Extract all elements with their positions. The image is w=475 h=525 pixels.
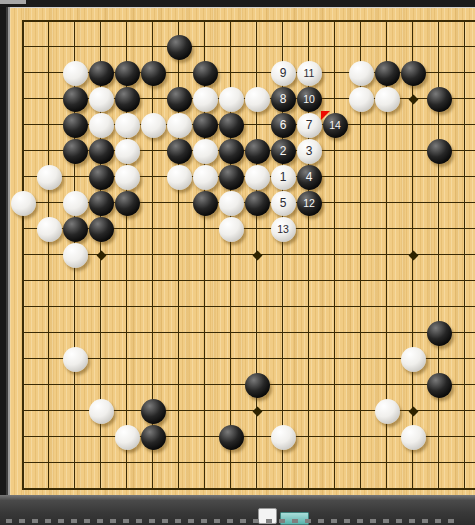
intersection-3-2[interactable] [62, 34, 88, 60]
intersection-14-16[interactable] [348, 398, 374, 424]
intersection-11-3[interactable] [270, 60, 296, 86]
intersection-11-18[interactable] [270, 450, 296, 476]
intersection-12-16[interactable] [296, 398, 322, 424]
intersection-17-10[interactable] [426, 242, 452, 268]
intersection-17-9[interactable] [426, 216, 452, 242]
intersection-10-8[interactable] [244, 190, 270, 216]
intersection-1-9[interactable] [10, 216, 36, 242]
intersection-8-5[interactable] [192, 112, 218, 138]
intersection-13-7[interactable] [322, 164, 348, 190]
intersection-13-13[interactable] [322, 320, 348, 346]
taskbar-item-12[interactable] [149, 519, 155, 523]
intersection-1-12[interactable] [10, 294, 36, 320]
intersection-15-17[interactable] [374, 424, 400, 450]
intersection-18-15[interactable] [452, 372, 475, 398]
intersection-14-15[interactable] [348, 372, 374, 398]
intersection-9-7[interactable] [218, 164, 244, 190]
intersection-18-16[interactable] [452, 398, 475, 424]
intersection-15-4[interactable] [374, 86, 400, 112]
intersection-16-17[interactable] [400, 424, 426, 450]
intersection-9-5[interactable] [218, 112, 244, 138]
intersection-2-6[interactable] [36, 138, 62, 164]
taskbar-item-19[interactable] [240, 519, 246, 523]
intersection-12-6[interactable] [296, 138, 322, 164]
intersection-18-2[interactable] [452, 34, 475, 60]
intersection-2-13[interactable] [36, 320, 62, 346]
intersection-12-17[interactable] [296, 424, 322, 450]
intersection-17-12[interactable] [426, 294, 452, 320]
intersection-3-1[interactable] [62, 8, 88, 34]
intersection-12-15[interactable] [296, 372, 322, 398]
taskbar-item-5[interactable] [58, 519, 64, 523]
intersection-15-16[interactable] [374, 398, 400, 424]
intersection-5-11[interactable] [114, 268, 140, 294]
intersection-4-5[interactable] [88, 112, 114, 138]
intersection-9-14[interactable] [218, 346, 244, 372]
intersection-17-1[interactable] [426, 8, 452, 34]
intersection-9-13[interactable] [218, 320, 244, 346]
intersection-14-13[interactable] [348, 320, 374, 346]
intersection-5-16[interactable] [114, 398, 140, 424]
intersection-17-5[interactable] [426, 112, 452, 138]
intersection-6-5[interactable] [140, 112, 166, 138]
intersection-17-16[interactable] [426, 398, 452, 424]
intersection-7-13[interactable] [166, 320, 192, 346]
intersection-11-7[interactable] [270, 164, 296, 190]
intersection-18-11[interactable] [452, 268, 475, 294]
intersection-1-13[interactable] [10, 320, 36, 346]
intersection-15-8[interactable] [374, 190, 400, 216]
intersection-14-17[interactable] [348, 424, 374, 450]
intersection-10-18[interactable] [244, 450, 270, 476]
intersection-5-15[interactable] [114, 372, 140, 398]
intersection-10-11[interactable] [244, 268, 270, 294]
intersection-3-8[interactable] [62, 190, 88, 216]
intersection-6-17[interactable] [140, 424, 166, 450]
intersection-5-1[interactable] [114, 8, 140, 34]
intersection-6-15[interactable] [140, 372, 166, 398]
intersection-13-16[interactable] [322, 398, 348, 424]
intersection-18-14[interactable] [452, 346, 475, 372]
intersection-16-10[interactable] [400, 242, 426, 268]
intersection-17-7[interactable] [426, 164, 452, 190]
intersection-18-4[interactable] [452, 86, 475, 112]
intersection-11-16[interactable] [270, 398, 296, 424]
intersection-14-11[interactable] [348, 268, 374, 294]
intersection-12-12[interactable] [296, 294, 322, 320]
intersection-10-16[interactable] [244, 398, 270, 424]
intersection-13-10[interactable] [322, 242, 348, 268]
intersection-9-11[interactable] [218, 268, 244, 294]
intersection-18-17[interactable] [452, 424, 475, 450]
intersection-7-9[interactable] [166, 216, 192, 242]
intersection-13-1[interactable] [322, 8, 348, 34]
intersection-4-10[interactable] [88, 242, 114, 268]
intersection-11-6[interactable] [270, 138, 296, 164]
intersection-13-3[interactable] [322, 60, 348, 86]
intersection-17-17[interactable] [426, 424, 452, 450]
intersection-8-15[interactable] [192, 372, 218, 398]
intersection-3-9[interactable] [62, 216, 88, 242]
taskbar-item-11[interactable] [136, 519, 142, 523]
intersection-12-10[interactable] [296, 242, 322, 268]
intersection-13-18[interactable] [322, 450, 348, 476]
go-board[interactable] [10, 8, 475, 502]
intersection-14-18[interactable] [348, 450, 374, 476]
intersection-7-16[interactable] [166, 398, 192, 424]
intersection-7-17[interactable] [166, 424, 192, 450]
taskbar-item-29[interactable] [370, 519, 376, 523]
intersection-7-3[interactable] [166, 60, 192, 86]
intersection-15-6[interactable] [374, 138, 400, 164]
intersection-11-11[interactable] [270, 268, 296, 294]
intersection-17-18[interactable] [426, 450, 452, 476]
intersection-18-13[interactable] [452, 320, 475, 346]
taskbar-item-21[interactable] [266, 519, 272, 523]
intersection-6-9[interactable] [140, 216, 166, 242]
intersection-6-7[interactable] [140, 164, 166, 190]
intersection-16-5[interactable] [400, 112, 426, 138]
intersection-4-4[interactable] [88, 86, 114, 112]
intersection-17-3[interactable] [426, 60, 452, 86]
intersection-8-1[interactable] [192, 8, 218, 34]
taskbar-item-13[interactable] [162, 519, 168, 523]
intersection-15-15[interactable] [374, 372, 400, 398]
intersection-2-4[interactable] [36, 86, 62, 112]
intersection-16-2[interactable] [400, 34, 426, 60]
taskbar-item-10[interactable] [123, 519, 129, 523]
intersection-18-6[interactable] [452, 138, 475, 164]
intersection-9-8[interactable] [218, 190, 244, 216]
intersection-14-9[interactable] [348, 216, 374, 242]
taskbar-item-33[interactable] [422, 519, 428, 523]
intersection-6-11[interactable] [140, 268, 166, 294]
intersection-4-11[interactable] [88, 268, 114, 294]
intersection-4-17[interactable] [88, 424, 114, 450]
intersection-14-8[interactable] [348, 190, 374, 216]
intersection-8-3[interactable] [192, 60, 218, 86]
intersection-2-1[interactable] [36, 8, 62, 34]
intersection-11-5[interactable] [270, 112, 296, 138]
intersection-16-12[interactable] [400, 294, 426, 320]
intersection-7-1[interactable] [166, 8, 192, 34]
intersection-17-6[interactable] [426, 138, 452, 164]
intersection-18-3[interactable] [452, 60, 475, 86]
intersection-11-9[interactable] [270, 216, 296, 242]
intersection-5-4[interactable] [114, 86, 140, 112]
intersection-18-1[interactable] [452, 8, 475, 34]
intersection-10-1[interactable] [244, 8, 270, 34]
intersection-16-16[interactable] [400, 398, 426, 424]
intersection-5-8[interactable] [114, 190, 140, 216]
intersection-16-9[interactable] [400, 216, 426, 242]
intersection-1-14[interactable] [10, 346, 36, 372]
intersection-1-10[interactable] [10, 242, 36, 268]
intersection-7-5[interactable] [166, 112, 192, 138]
intersection-7-2[interactable] [166, 34, 192, 60]
intersection-15-9[interactable] [374, 216, 400, 242]
intersection-6-6[interactable] [140, 138, 166, 164]
intersection-16-1[interactable] [400, 8, 426, 34]
intersection-2-17[interactable] [36, 424, 62, 450]
intersection-2-11[interactable] [36, 268, 62, 294]
intersection-7-6[interactable] [166, 138, 192, 164]
intersection-8-7[interactable] [192, 164, 218, 190]
intersection-1-2[interactable] [10, 34, 36, 60]
intersection-3-5[interactable] [62, 112, 88, 138]
intersection-15-2[interactable] [374, 34, 400, 60]
intersection-16-14[interactable] [400, 346, 426, 372]
intersection-2-2[interactable] [36, 34, 62, 60]
intersection-18-10[interactable] [452, 242, 475, 268]
intersection-12-18[interactable] [296, 450, 322, 476]
taskbar-item-7[interactable] [84, 519, 90, 523]
intersection-8-14[interactable] [192, 346, 218, 372]
taskbar-item-6[interactable] [71, 519, 77, 523]
intersection-18-5[interactable] [452, 112, 475, 138]
taskbar-item-2[interactable] [19, 519, 25, 523]
intersection-15-13[interactable] [374, 320, 400, 346]
intersection-17-14[interactable] [426, 346, 452, 372]
intersection-14-6[interactable] [348, 138, 374, 164]
intersection-3-15[interactable] [62, 372, 88, 398]
taskbar-item-1[interactable] [6, 519, 12, 523]
intersection-12-13[interactable] [296, 320, 322, 346]
taskbar-item-14[interactable] [175, 519, 181, 523]
intersection-9-1[interactable] [218, 8, 244, 34]
intersection-14-4[interactable] [348, 86, 374, 112]
intersection-1-18[interactable] [10, 450, 36, 476]
intersection-13-17[interactable] [322, 424, 348, 450]
intersection-9-2[interactable] [218, 34, 244, 60]
intersection-4-18[interactable] [88, 450, 114, 476]
intersection-11-13[interactable] [270, 320, 296, 346]
intersection-14-3[interactable] [348, 60, 374, 86]
intersection-11-10[interactable] [270, 242, 296, 268]
intersection-2-10[interactable] [36, 242, 62, 268]
intersection-5-10[interactable] [114, 242, 140, 268]
intersection-3-18[interactable] [62, 450, 88, 476]
intersection-10-9[interactable] [244, 216, 270, 242]
intersection-15-18[interactable] [374, 450, 400, 476]
intersection-1-15[interactable] [10, 372, 36, 398]
intersection-14-1[interactable] [348, 8, 374, 34]
intersection-2-16[interactable] [36, 398, 62, 424]
intersection-9-6[interactable] [218, 138, 244, 164]
intersection-7-14[interactable] [166, 346, 192, 372]
intersection-15-3[interactable] [374, 60, 400, 86]
intersection-16-18[interactable] [400, 450, 426, 476]
taskbar-item-18[interactable] [227, 519, 233, 523]
intersection-6-14[interactable] [140, 346, 166, 372]
intersection-14-7[interactable] [348, 164, 374, 190]
intersection-6-3[interactable] [140, 60, 166, 86]
intersection-6-1[interactable] [140, 8, 166, 34]
intersection-12-11[interactable] [296, 268, 322, 294]
intersection-4-12[interactable] [88, 294, 114, 320]
intersection-16-8[interactable] [400, 190, 426, 216]
intersection-1-3[interactable] [10, 60, 36, 86]
intersection-6-8[interactable] [140, 190, 166, 216]
intersection-2-7[interactable] [36, 164, 62, 190]
taskbar-item-35[interactable] [448, 519, 454, 523]
intersection-18-18[interactable] [452, 450, 475, 476]
intersection-16-15[interactable] [400, 372, 426, 398]
intersection-13-15[interactable] [322, 372, 348, 398]
intersection-2-18[interactable] [36, 450, 62, 476]
intersection-5-5[interactable] [114, 112, 140, 138]
intersection-14-10[interactable] [348, 242, 374, 268]
intersection-8-9[interactable] [192, 216, 218, 242]
intersection-11-15[interactable] [270, 372, 296, 398]
intersection-10-7[interactable] [244, 164, 270, 190]
intersection-3-12[interactable] [62, 294, 88, 320]
intersection-11-4[interactable] [270, 86, 296, 112]
intersection-8-12[interactable] [192, 294, 218, 320]
intersection-16-13[interactable] [400, 320, 426, 346]
intersection-8-16[interactable] [192, 398, 218, 424]
intersection-6-2[interactable] [140, 34, 166, 60]
intersection-6-18[interactable] [140, 450, 166, 476]
intersection-2-12[interactable] [36, 294, 62, 320]
intersection-15-1[interactable] [374, 8, 400, 34]
intersection-12-2[interactable] [296, 34, 322, 60]
intersection-9-18[interactable] [218, 450, 244, 476]
intersection-8-8[interactable] [192, 190, 218, 216]
taskbar-item-9[interactable] [110, 519, 116, 523]
intersection-8-11[interactable] [192, 268, 218, 294]
taskbar-item-27[interactable] [344, 519, 350, 523]
intersection-10-5[interactable] [244, 112, 270, 138]
intersection-16-4[interactable] [400, 86, 426, 112]
intersection-8-17[interactable] [192, 424, 218, 450]
intersection-18-12[interactable] [452, 294, 475, 320]
intersection-9-12[interactable] [218, 294, 244, 320]
intersection-5-9[interactable] [114, 216, 140, 242]
intersection-5-12[interactable] [114, 294, 140, 320]
taskbar-item-4[interactable] [45, 519, 51, 523]
intersection-13-14[interactable] [322, 346, 348, 372]
intersection-18-8[interactable] [452, 190, 475, 216]
intersection-2-8[interactable] [36, 190, 62, 216]
intersection-1-8[interactable] [10, 190, 36, 216]
intersection-10-13[interactable] [244, 320, 270, 346]
intersection-9-4[interactable] [218, 86, 244, 112]
intersection-10-12[interactable] [244, 294, 270, 320]
intersection-10-4[interactable] [244, 86, 270, 112]
intersection-7-7[interactable] [166, 164, 192, 190]
intersection-5-17[interactable] [114, 424, 140, 450]
intersection-15-5[interactable] [374, 112, 400, 138]
intersection-15-7[interactable] [374, 164, 400, 190]
intersection-1-5[interactable] [10, 112, 36, 138]
intersection-4-16[interactable] [88, 398, 114, 424]
intersection-14-12[interactable] [348, 294, 374, 320]
taskbar-item-28[interactable] [357, 519, 363, 523]
intersection-11-12[interactable] [270, 294, 296, 320]
intersection-4-14[interactable] [88, 346, 114, 372]
taskbar-item-23[interactable] [292, 519, 298, 523]
intersection-1-1[interactable] [10, 8, 36, 34]
intersection-17-2[interactable] [426, 34, 452, 60]
intersection-4-2[interactable] [88, 34, 114, 60]
intersection-9-10[interactable] [218, 242, 244, 268]
intersection-15-11[interactable] [374, 268, 400, 294]
intersection-4-8[interactable] [88, 190, 114, 216]
intersection-8-10[interactable] [192, 242, 218, 268]
intersection-3-4[interactable] [62, 86, 88, 112]
intersection-4-3[interactable] [88, 60, 114, 86]
intersection-6-10[interactable] [140, 242, 166, 268]
intersection-11-8[interactable] [270, 190, 296, 216]
intersection-7-4[interactable] [166, 86, 192, 112]
intersection-8-18[interactable] [192, 450, 218, 476]
intersection-17-15[interactable] [426, 372, 452, 398]
intersection-9-16[interactable] [218, 398, 244, 424]
intersection-4-6[interactable] [88, 138, 114, 164]
intersection-6-12[interactable] [140, 294, 166, 320]
intersection-7-10[interactable] [166, 242, 192, 268]
intersection-6-13[interactable] [140, 320, 166, 346]
intersection-3-14[interactable] [62, 346, 88, 372]
taskbar-item-26[interactable] [331, 519, 337, 523]
intersection-10-14[interactable] [244, 346, 270, 372]
intersection-17-8[interactable] [426, 190, 452, 216]
intersection-2-3[interactable] [36, 60, 62, 86]
intersection-13-9[interactable] [322, 216, 348, 242]
intersection-3-17[interactable] [62, 424, 88, 450]
intersection-17-13[interactable] [426, 320, 452, 346]
taskbar-item-3[interactable] [32, 519, 38, 523]
intersection-3-6[interactable] [62, 138, 88, 164]
intersection-14-14[interactable] [348, 346, 374, 372]
intersection-5-14[interactable] [114, 346, 140, 372]
intersection-14-5[interactable] [348, 112, 374, 138]
intersection-13-4[interactable] [322, 86, 348, 112]
intersection-5-13[interactable] [114, 320, 140, 346]
intersection-12-3[interactable] [296, 60, 322, 86]
intersection-10-10[interactable] [244, 242, 270, 268]
intersection-10-17[interactable] [244, 424, 270, 450]
intersection-5-7[interactable] [114, 164, 140, 190]
intersection-16-11[interactable] [400, 268, 426, 294]
intersection-1-16[interactable] [10, 398, 36, 424]
intersection-6-16[interactable] [140, 398, 166, 424]
taskbar-item-22[interactable] [279, 519, 285, 523]
intersection-1-4[interactable] [10, 86, 36, 112]
taskbar-item-30[interactable] [383, 519, 389, 523]
intersection-18-9[interactable] [452, 216, 475, 242]
intersection-10-6[interactable] [244, 138, 270, 164]
taskbar-item-15[interactable] [188, 519, 194, 523]
intersection-3-7[interactable] [62, 164, 88, 190]
intersection-7-11[interactable] [166, 268, 192, 294]
intersection-3-10[interactable] [62, 242, 88, 268]
intersection-18-7[interactable] [452, 164, 475, 190]
intersection-12-1[interactable] [296, 8, 322, 34]
intersection-12-14[interactable] [296, 346, 322, 372]
taskbar-item-16[interactable] [201, 519, 207, 523]
intersection-16-6[interactable] [400, 138, 426, 164]
taskbar-item-25[interactable] [318, 519, 324, 523]
intersection-4-13[interactable] [88, 320, 114, 346]
intersection-5-3[interactable] [114, 60, 140, 86]
intersection-11-14[interactable] [270, 346, 296, 372]
intersection-2-9[interactable] [36, 216, 62, 242]
intersection-4-1[interactable] [88, 8, 114, 34]
taskbar-item-31[interactable] [396, 519, 402, 523]
intersection-13-6[interactable] [322, 138, 348, 164]
